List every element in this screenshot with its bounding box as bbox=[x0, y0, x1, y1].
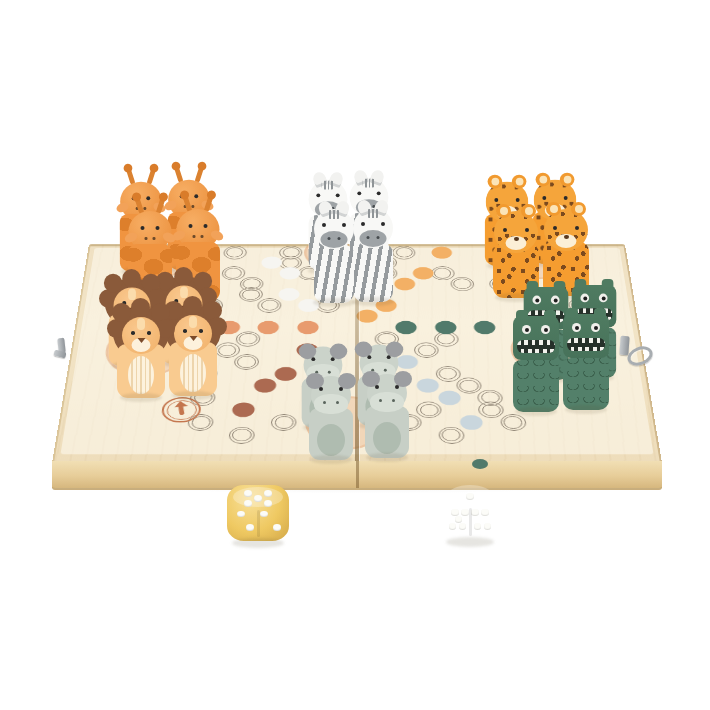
front-edge-teal-dot bbox=[472, 459, 488, 469]
crocodile-ear-bump bbox=[516, 310, 528, 319]
piece-croc[interactable] bbox=[510, 316, 562, 412]
path-dot-lightblue[interactable] bbox=[439, 392, 460, 404]
lion-forehead-stripe bbox=[128, 288, 136, 300]
piece-lion[interactable] bbox=[167, 300, 219, 396]
zebra-forelock bbox=[322, 181, 335, 190]
path-dot-salmon[interactable] bbox=[298, 322, 318, 333]
crocodile-ear-bump bbox=[566, 308, 578, 317]
crocodile-eye bbox=[591, 323, 600, 332]
hippo-muzzle bbox=[314, 394, 348, 414]
hippo-body bbox=[365, 406, 409, 458]
track-ring[interactable] bbox=[436, 333, 456, 344]
die-pip bbox=[466, 493, 474, 500]
hippo-belly bbox=[317, 424, 345, 456]
crocodile-eye bbox=[532, 296, 541, 305]
board-front-seam bbox=[356, 461, 359, 488]
track-ring[interactable] bbox=[241, 289, 261, 300]
track-ring[interactable] bbox=[225, 247, 245, 257]
crocodile-eye bbox=[541, 325, 550, 334]
zebra-head bbox=[314, 209, 354, 249]
lion-muzzle bbox=[132, 338, 151, 352]
path-dot-white[interactable] bbox=[281, 268, 300, 279]
die-pip bbox=[474, 523, 481, 530]
die-pip bbox=[260, 511, 268, 518]
start-arrow-marker[interactable] bbox=[170, 404, 192, 416]
crocodile-body bbox=[513, 360, 559, 412]
track-ring[interactable] bbox=[502, 416, 524, 429]
crocodile-ear-bump bbox=[554, 281, 566, 290]
die-pip bbox=[273, 524, 281, 531]
crocodile-eye bbox=[580, 294, 589, 303]
lion-head bbox=[174, 315, 212, 352]
die-pip bbox=[455, 516, 462, 523]
track-ring[interactable] bbox=[238, 333, 259, 344]
crocodile-mouth bbox=[567, 338, 605, 351]
track-ring[interactable] bbox=[458, 380, 479, 392]
path-dot-brick[interactable] bbox=[276, 368, 297, 380]
arrow-icon bbox=[178, 405, 184, 415]
leopard-muzzle bbox=[556, 234, 577, 248]
piece-zebra[interactable] bbox=[308, 199, 360, 303]
leopard-muzzle bbox=[506, 236, 527, 250]
zebra-forelock bbox=[328, 210, 341, 219]
leopard-ear bbox=[571, 202, 586, 216]
path-dot-salmon[interactable] bbox=[258, 322, 278, 333]
crocodile-eye bbox=[572, 323, 581, 332]
leopard-head bbox=[494, 211, 538, 253]
die-pip bbox=[451, 509, 458, 516]
crocodile-eye bbox=[522, 325, 531, 334]
hippo-head bbox=[311, 376, 351, 414]
crocodile-ear-bump bbox=[602, 279, 614, 288]
lion-forehead-stripe bbox=[180, 286, 188, 298]
path-dot-orange[interactable] bbox=[432, 247, 451, 257]
track-ring[interactable] bbox=[217, 345, 238, 357]
track-ring[interactable] bbox=[481, 404, 503, 416]
lion-belly bbox=[180, 354, 206, 392]
path-dot-white[interactable] bbox=[280, 289, 300, 300]
hippo-belly bbox=[373, 422, 401, 454]
crocodile-body bbox=[563, 358, 609, 410]
hippo-body bbox=[309, 408, 353, 460]
zebra-forelock bbox=[367, 209, 380, 218]
track-ring[interactable] bbox=[223, 268, 243, 279]
lion-muzzle bbox=[184, 336, 203, 350]
leopard-ear bbox=[560, 173, 575, 187]
die-pip bbox=[459, 523, 466, 530]
die-pip bbox=[471, 509, 478, 516]
zebra-forelock bbox=[363, 179, 376, 188]
track-ring[interactable] bbox=[433, 268, 453, 279]
path-dot-teal[interactable] bbox=[396, 322, 416, 333]
giraffe-ear bbox=[161, 231, 177, 245]
die-pip bbox=[461, 509, 468, 516]
crocodile-head bbox=[513, 316, 559, 360]
track-ring[interactable] bbox=[438, 368, 459, 380]
crocodile-ear-bump bbox=[594, 308, 606, 317]
die-pip bbox=[254, 495, 263, 502]
path-dot-orange[interactable] bbox=[357, 311, 377, 322]
crocodile-ear-bump bbox=[544, 310, 556, 319]
die-shadow bbox=[446, 537, 493, 547]
leopard-ear bbox=[496, 204, 511, 218]
giraffe-ear bbox=[123, 231, 139, 245]
piece-lion[interactable] bbox=[115, 302, 167, 398]
leopard-ear bbox=[546, 202, 561, 216]
die-pip bbox=[264, 500, 273, 507]
hippo-head bbox=[367, 374, 407, 412]
zebra-body bbox=[314, 245, 354, 303]
path-dot-lightblue[interactable] bbox=[418, 380, 439, 392]
die-pip bbox=[484, 523, 491, 530]
crocodile-mouth bbox=[517, 340, 555, 353]
lion-forehead-stripe bbox=[189, 316, 197, 328]
scene: { "game": "ludo", "variant": "wooden saf… bbox=[0, 0, 710, 710]
die-pip bbox=[244, 500, 253, 507]
board-front-edge bbox=[52, 461, 662, 490]
leopard-ear bbox=[488, 175, 503, 189]
zebra-muzzle bbox=[321, 231, 348, 248]
track-ring[interactable] bbox=[231, 429, 253, 442]
crocodile-ear-bump bbox=[575, 279, 587, 288]
die-pip bbox=[449, 523, 456, 530]
piece-hippo[interactable] bbox=[305, 368, 357, 460]
path-dot-brick[interactable] bbox=[233, 404, 254, 416]
zebra-muzzle bbox=[360, 230, 387, 247]
leopard-ear bbox=[536, 173, 551, 187]
track-ring[interactable] bbox=[453, 279, 473, 290]
die-pip bbox=[246, 524, 254, 531]
lion-head bbox=[122, 317, 160, 354]
die-shadow bbox=[232, 538, 284, 548]
crocodile-eye bbox=[599, 294, 608, 303]
path-dot-lightblue[interactable] bbox=[461, 416, 483, 429]
track-ring[interactable] bbox=[236, 356, 257, 368]
track-ring[interactable] bbox=[260, 300, 280, 311]
leopard-head bbox=[544, 209, 588, 251]
die-pip bbox=[481, 509, 488, 516]
crocodile-ear-bump bbox=[527, 281, 539, 290]
piece-croc[interactable] bbox=[560, 314, 612, 410]
path-dot-orange[interactable] bbox=[414, 268, 433, 279]
path-dot-teal[interactable] bbox=[435, 322, 455, 333]
crocodile-eye bbox=[551, 296, 560, 305]
track-ring[interactable] bbox=[419, 404, 440, 416]
path-dot-white[interactable] bbox=[262, 258, 281, 268]
yellow-die[interactable] bbox=[227, 485, 289, 541]
track-ring[interactable] bbox=[273, 416, 294, 429]
lion-belly bbox=[128, 356, 154, 394]
track-ring[interactable] bbox=[417, 345, 437, 357]
lion-forehead-stripe bbox=[137, 318, 145, 330]
die-pip bbox=[237, 511, 245, 518]
path-dot-brick[interactable] bbox=[255, 380, 276, 392]
track-ring[interactable] bbox=[441, 429, 463, 442]
path-dot-teal[interactable] bbox=[475, 322, 496, 333]
green-die[interactable] bbox=[442, 483, 498, 540]
giraffe-ear bbox=[209, 229, 225, 243]
leopard-ear bbox=[521, 204, 536, 218]
leopard-ear bbox=[512, 175, 527, 189]
crocodile-head bbox=[563, 314, 609, 358]
hippo-muzzle bbox=[370, 392, 404, 412]
die-pip bbox=[244, 490, 253, 497]
piece-hippo[interactable] bbox=[361, 366, 413, 458]
die-pip bbox=[264, 490, 273, 497]
